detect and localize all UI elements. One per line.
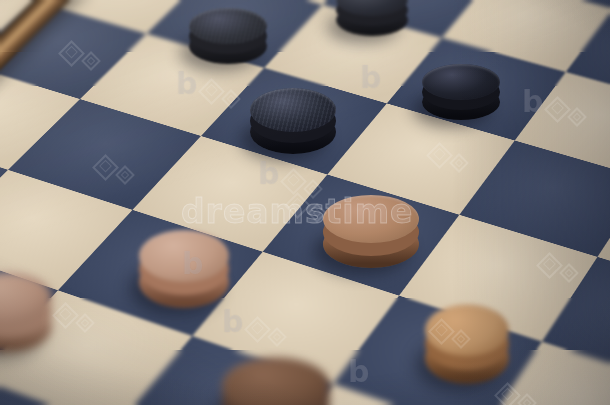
- checker-piece-wood[interactable]: [323, 195, 419, 268]
- checker-piece-wood[interactable]: [425, 304, 509, 384]
- pieces-layer: [0, 0, 610, 405]
- checker-piece-black[interactable]: [336, 0, 408, 36]
- checker-piece-wood[interactable]: [0, 272, 52, 352]
- checker-piece-black[interactable]: [250, 88, 336, 154]
- checker-piece-wood[interactable]: [139, 230, 229, 308]
- board-scene: dreamstime bbbbbbb: [0, 0, 610, 405]
- checker-piece-wood[interactable]: [222, 357, 330, 405]
- checker-piece-black[interactable]: [422, 64, 500, 120]
- checker-piece-black[interactable]: [189, 8, 267, 64]
